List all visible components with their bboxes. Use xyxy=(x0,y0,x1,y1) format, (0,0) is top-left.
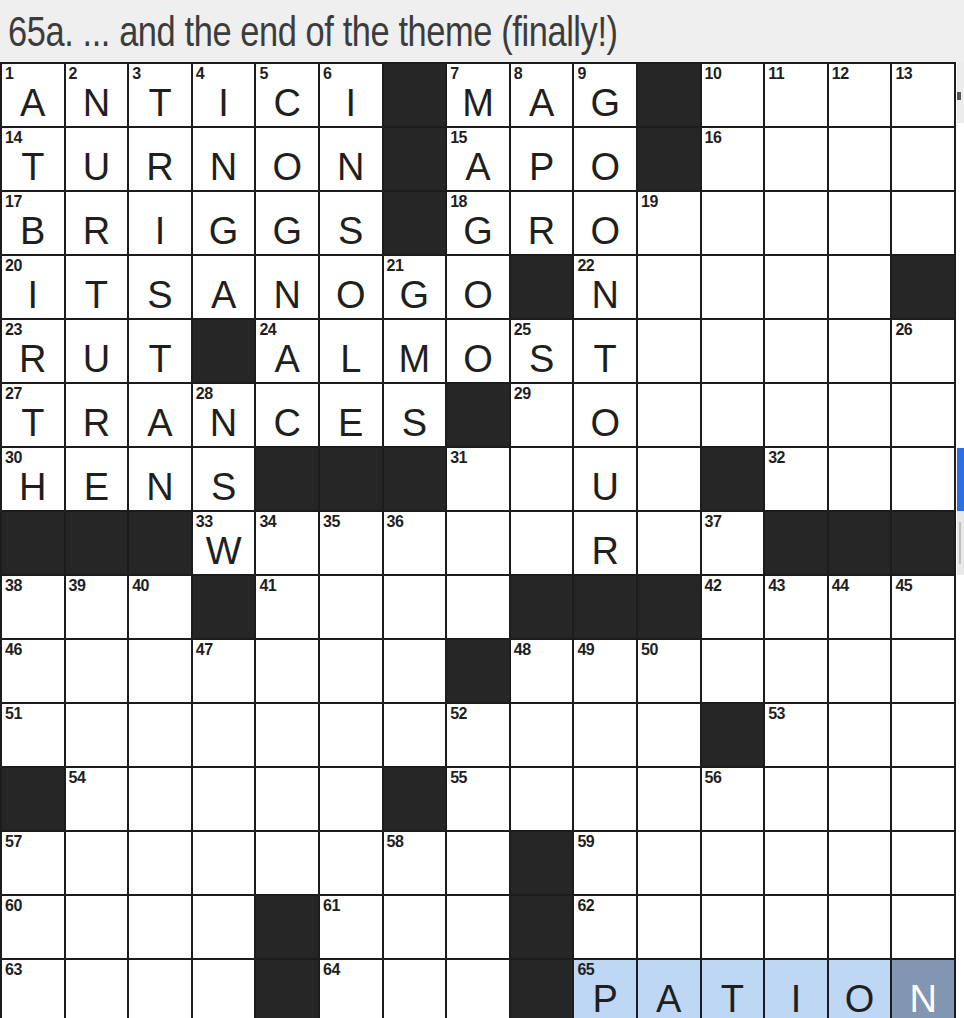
cell-r7c1[interactable]: 30H xyxy=(2,448,64,510)
cell-r14c14[interactable] xyxy=(829,896,891,958)
cell-number-45: 45 xyxy=(895,577,912,595)
black-cell-r8c3 xyxy=(129,512,191,574)
cell-r6c12[interactable] xyxy=(702,384,764,446)
cell-letter: A xyxy=(193,276,255,314)
cell-r7c9[interactable] xyxy=(511,448,573,510)
cell-number-7: 7 xyxy=(450,65,458,83)
cell-number-52: 52 xyxy=(450,705,467,723)
cell-r14c8[interactable] xyxy=(447,896,509,958)
cell-r13c14[interactable] xyxy=(829,832,891,894)
black-cell-r9c11 xyxy=(638,576,700,638)
cell-r4c11[interactable] xyxy=(638,256,700,318)
cell-r10c15[interactable] xyxy=(892,640,954,702)
cell-r11c11[interactable] xyxy=(638,704,700,766)
cell-number-50: 50 xyxy=(641,641,658,659)
cell-number-25: 25 xyxy=(514,321,531,339)
cell-r5c5[interactable]: 24A xyxy=(256,320,318,382)
cell-r14c1[interactable]: 60 xyxy=(2,896,64,958)
cell-r3c13[interactable] xyxy=(765,192,827,254)
cell-number-29: 29 xyxy=(514,385,531,403)
cell-letter: T xyxy=(66,276,128,314)
cell-r10c14[interactable] xyxy=(829,640,891,702)
cell-r5c15[interactable]: 26 xyxy=(892,320,954,382)
cell-r1c10[interactable]: 9G xyxy=(574,64,636,126)
black-cell-r12c1 xyxy=(2,768,64,830)
cell-number-22: 22 xyxy=(577,257,594,275)
cell-letter: O xyxy=(320,276,382,314)
cell-r6c7[interactable]: S xyxy=(384,384,446,446)
cell-r4c3[interactable]: S xyxy=(129,256,191,318)
cell-r12c11[interactable] xyxy=(638,768,700,830)
cell-r8c5[interactable]: 34 xyxy=(256,512,318,574)
cell-r10c13[interactable] xyxy=(765,640,827,702)
cell-r11c2[interactable] xyxy=(66,704,128,766)
cell-r1c12[interactable]: 10 xyxy=(702,64,764,126)
cell-number-16: 16 xyxy=(705,129,722,147)
cell-r15c1[interactable]: 63 xyxy=(2,960,64,1018)
black-cell-r11c12 xyxy=(702,704,764,766)
cell-r1c8[interactable]: 7M xyxy=(447,64,509,126)
cell-r4c1[interactable]: 20I xyxy=(2,256,64,318)
cell-r8c8[interactable] xyxy=(447,512,509,574)
cell-r4c12[interactable] xyxy=(702,256,764,318)
black-cell-r15c9 xyxy=(511,960,573,1018)
cell-r10c2[interactable] xyxy=(66,640,128,702)
cell-r12c9[interactable] xyxy=(511,768,573,830)
cell-r13c8[interactable] xyxy=(447,832,509,894)
cell-number-5: 5 xyxy=(259,65,267,83)
cell-r2c4[interactable]: N xyxy=(193,128,255,190)
cell-r1c1[interactable]: 1A xyxy=(2,64,64,126)
cell-number-61: 61 xyxy=(323,897,340,915)
cell-r12c5[interactable] xyxy=(256,768,318,830)
cell-number-27: 27 xyxy=(5,385,22,403)
cell-r12c2[interactable]: 54 xyxy=(66,768,128,830)
cell-r5c6[interactable]: L xyxy=(320,320,382,382)
cell-r4c8[interactable]: O xyxy=(447,256,509,318)
cell-r6c15[interactable] xyxy=(892,384,954,446)
black-cell-r1c7 xyxy=(384,64,446,126)
cell-r6c6[interactable]: E xyxy=(320,384,382,446)
cell-r8c6[interactable]: 35 xyxy=(320,512,382,574)
cell-r6c14[interactable] xyxy=(829,384,891,446)
cell-r13c13[interactable] xyxy=(765,832,827,894)
cell-letter: N xyxy=(193,404,255,442)
cell-number-62: 62 xyxy=(577,897,594,915)
cell-r12c15[interactable] xyxy=(892,768,954,830)
cell-r6c11[interactable] xyxy=(638,384,700,446)
cell-r3c3[interactable]: I xyxy=(129,192,191,254)
cell-letter: R xyxy=(129,148,191,186)
cell-number-4: 4 xyxy=(196,65,204,83)
cell-r8c10[interactable]: R xyxy=(574,512,636,574)
black-cell-r2c11 xyxy=(638,128,700,190)
cell-r2c10[interactable]: O xyxy=(574,128,636,190)
cell-r15c7[interactable] xyxy=(384,960,446,1018)
cell-r14c12[interactable] xyxy=(702,896,764,958)
cell-r2c6[interactable]: N xyxy=(320,128,382,190)
cell-r13c3[interactable] xyxy=(129,832,191,894)
black-cell-r8c15 xyxy=(892,512,954,574)
cell-number-65: 65 xyxy=(577,961,594,979)
cell-r7c4[interactable]: S xyxy=(193,448,255,510)
cell-letter: I xyxy=(765,980,827,1018)
cell-letter: N xyxy=(256,276,318,314)
cell-r10c5[interactable] xyxy=(256,640,318,702)
cell-r4c6[interactable]: O xyxy=(320,256,382,318)
cell-r1c4[interactable]: 4I xyxy=(193,64,255,126)
cell-r9c12[interactable]: 42 xyxy=(702,576,764,638)
black-cell-r10c8 xyxy=(447,640,509,702)
cell-r10c4[interactable]: 47 xyxy=(193,640,255,702)
cell-r13c10[interactable]: 59 xyxy=(574,832,636,894)
black-cell-r9c9 xyxy=(511,576,573,638)
cell-number-54: 54 xyxy=(69,769,86,787)
cell-number-34: 34 xyxy=(259,513,276,531)
cell-letter: G xyxy=(384,276,446,314)
cell-number-14: 14 xyxy=(5,129,22,147)
cell-r1c14[interactable]: 12 xyxy=(829,64,891,126)
cell-letter: E xyxy=(66,468,128,506)
cell-r1c5[interactable]: 5C xyxy=(256,64,318,126)
cell-r9c2[interactable]: 39 xyxy=(66,576,128,638)
cell-r6c13[interactable] xyxy=(765,384,827,446)
cell-r2c13[interactable] xyxy=(765,128,827,190)
cell-r11c7[interactable] xyxy=(384,704,446,766)
scrollbar-fragment[interactable] xyxy=(957,511,964,575)
cell-r7c13[interactable]: 32 xyxy=(765,448,827,510)
clipped-panel-fragment xyxy=(957,62,964,123)
cell-r4c14[interactable] xyxy=(829,256,891,318)
cell-r5c1[interactable]: 23R xyxy=(2,320,64,382)
cell-r2c2[interactable]: U xyxy=(66,128,128,190)
black-cell-r8c2 xyxy=(66,512,128,574)
cell-r11c4[interactable] xyxy=(193,704,255,766)
cell-r14c13[interactable] xyxy=(765,896,827,958)
cell-r2c15[interactable] xyxy=(892,128,954,190)
cell-r11c14[interactable] xyxy=(829,704,891,766)
cell-number-59: 59 xyxy=(577,833,594,851)
cell-r13c11[interactable] xyxy=(638,832,700,894)
cell-r15c12[interactable]: T xyxy=(702,960,764,1018)
cell-r15c10[interactable]: 65P xyxy=(574,960,636,1018)
cell-number-3: 3 xyxy=(132,65,140,83)
cell-r11c5[interactable] xyxy=(256,704,318,766)
cell-r5c9[interactable]: 25S xyxy=(511,320,573,382)
cell-letter: T xyxy=(2,404,64,442)
cell-r13c1[interactable]: 57 xyxy=(2,832,64,894)
cell-letter: S xyxy=(129,276,191,314)
cell-r4c5[interactable]: N xyxy=(256,256,318,318)
cell-number-63: 63 xyxy=(5,961,22,979)
cell-letter: E xyxy=(320,404,382,442)
cell-r11c6[interactable] xyxy=(320,704,382,766)
cell-r13c12[interactable] xyxy=(702,832,764,894)
cell-r1c3[interactable]: 3T xyxy=(129,64,191,126)
cell-number-6: 6 xyxy=(323,65,331,83)
cell-r4c7[interactable]: 21G xyxy=(384,256,446,318)
cell-r9c8[interactable] xyxy=(447,576,509,638)
black-cell-r7c7 xyxy=(384,448,446,510)
black-cell-r3c7 xyxy=(384,192,446,254)
selected-clue-highlight-fragment xyxy=(957,448,964,511)
black-cell-r2c7 xyxy=(384,128,446,190)
cell-letter: I xyxy=(2,276,64,314)
cell-letter: A xyxy=(129,404,191,442)
cell-r15c6[interactable]: 64 xyxy=(320,960,382,1018)
cell-r11c13[interactable]: 53 xyxy=(765,704,827,766)
cell-r2c12[interactable]: 16 xyxy=(702,128,764,190)
cell-number-21: 21 xyxy=(387,257,404,275)
cell-r13c2[interactable] xyxy=(66,832,128,894)
cell-r3c14[interactable] xyxy=(829,192,891,254)
cell-letter: R xyxy=(66,404,128,442)
cell-r9c14[interactable]: 44 xyxy=(829,576,891,638)
cell-r9c13[interactable]: 43 xyxy=(765,576,827,638)
cell-r2c1[interactable]: 14T xyxy=(2,128,64,190)
cell-r9c5[interactable]: 41 xyxy=(256,576,318,638)
cell-letter: A xyxy=(2,84,64,122)
cell-r15c15[interactable]: N xyxy=(892,960,954,1018)
cell-letter: A xyxy=(256,340,318,378)
cell-number-48: 48 xyxy=(514,641,531,659)
cell-r12c6[interactable] xyxy=(320,768,382,830)
cell-r13c7[interactable]: 58 xyxy=(384,832,446,894)
cell-r13c6[interactable] xyxy=(320,832,382,894)
cell-r9c15[interactable]: 45 xyxy=(892,576,954,638)
cell-number-35: 35 xyxy=(323,513,340,531)
cell-r4c10[interactable]: 22N xyxy=(574,256,636,318)
cell-r10c11[interactable]: 50 xyxy=(638,640,700,702)
black-cell-r5c4 xyxy=(193,320,255,382)
cell-letter: O xyxy=(574,212,636,250)
cell-r14c6[interactable]: 61 xyxy=(320,896,382,958)
cell-number-8: 8 xyxy=(514,65,522,83)
black-cell-r7c12 xyxy=(702,448,764,510)
scrollbar-thumb[interactable] xyxy=(959,522,961,564)
cell-r10c9[interactable]: 48 xyxy=(511,640,573,702)
cell-r1c9[interactable]: 8A xyxy=(511,64,573,126)
cell-number-57: 57 xyxy=(5,833,22,851)
cell-letter: T xyxy=(129,340,191,378)
cell-number-1: 1 xyxy=(5,65,13,83)
cell-r10c3[interactable] xyxy=(129,640,191,702)
cell-r3c4[interactable]: G xyxy=(193,192,255,254)
cell-letter: A xyxy=(638,980,700,1018)
cell-r14c2[interactable] xyxy=(66,896,128,958)
cell-letter: B xyxy=(2,212,64,250)
cell-letter: H xyxy=(2,468,64,506)
cell-r12c8[interactable]: 55 xyxy=(447,768,509,830)
cell-r12c13[interactable] xyxy=(765,768,827,830)
cell-r15c8[interactable] xyxy=(447,960,509,1018)
cell-number-49: 49 xyxy=(577,641,594,659)
cell-letter: U xyxy=(574,468,636,506)
cell-r9c1[interactable]: 38 xyxy=(2,576,64,638)
cell-letter: U xyxy=(66,148,128,186)
cell-number-58: 58 xyxy=(387,833,404,851)
cell-number-17: 17 xyxy=(5,193,22,211)
cell-r6c2[interactable]: R xyxy=(66,384,128,446)
black-cell-r7c6 xyxy=(320,448,382,510)
cell-letter: C xyxy=(256,84,318,122)
cell-number-42: 42 xyxy=(705,577,722,595)
cell-r10c10[interactable]: 49 xyxy=(574,640,636,702)
cell-r8c4[interactable]: 33W xyxy=(193,512,255,574)
cell-letter: S xyxy=(511,340,573,378)
cell-number-55: 55 xyxy=(450,769,467,787)
cell-r14c7[interactable] xyxy=(384,896,446,958)
cell-number-9: 9 xyxy=(577,65,585,83)
cell-letter: T xyxy=(574,340,636,378)
cell-r7c15[interactable] xyxy=(892,448,954,510)
cell-r13c5[interactable] xyxy=(256,832,318,894)
cell-r3c11[interactable]: 19 xyxy=(638,192,700,254)
cell-r5c11[interactable] xyxy=(638,320,700,382)
cell-number-31: 31 xyxy=(450,449,467,467)
cell-r8c7[interactable]: 36 xyxy=(384,512,446,574)
cell-r3c2[interactable]: R xyxy=(66,192,128,254)
cell-r5c12[interactable] xyxy=(702,320,764,382)
current-clue-text: 65a. ... and the end of the theme (final… xyxy=(0,7,618,56)
cell-r10c7[interactable] xyxy=(384,640,446,702)
cell-number-26: 26 xyxy=(895,321,912,339)
current-clue-bar[interactable]: 65a. ... and the end of the theme (final… xyxy=(0,0,964,62)
cell-r4c2[interactable]: T xyxy=(66,256,128,318)
cell-r7c8[interactable]: 31 xyxy=(447,448,509,510)
black-cell-r15c5 xyxy=(256,960,318,1018)
cell-r15c4[interactable] xyxy=(193,960,255,1018)
cell-r14c15[interactable] xyxy=(892,896,954,958)
cell-letter: O xyxy=(574,404,636,442)
cell-number-38: 38 xyxy=(5,577,22,595)
cell-r8c11[interactable] xyxy=(638,512,700,574)
cell-r8c12[interactable]: 37 xyxy=(702,512,764,574)
cell-number-47: 47 xyxy=(196,641,213,659)
cell-r11c8[interactable]: 52 xyxy=(447,704,509,766)
cell-r9c7[interactable] xyxy=(384,576,446,638)
cell-r2c14[interactable] xyxy=(829,128,891,190)
cell-r10c6[interactable] xyxy=(320,640,382,702)
cell-r12c10[interactable] xyxy=(574,768,636,830)
cell-r12c4[interactable] xyxy=(193,768,255,830)
cell-r6c3[interactable]: A xyxy=(129,384,191,446)
cell-number-36: 36 xyxy=(387,513,404,531)
cell-r10c1[interactable]: 46 xyxy=(2,640,64,702)
cell-letter: G xyxy=(256,212,318,250)
cell-r6c4[interactable]: 28N xyxy=(193,384,255,446)
black-cell-r7c5 xyxy=(256,448,318,510)
cell-r3c15[interactable] xyxy=(892,192,954,254)
cell-r3c8[interactable]: 18G xyxy=(447,192,509,254)
cell-letter: U xyxy=(66,340,128,378)
cell-r14c3[interactable] xyxy=(129,896,191,958)
cell-r11c3[interactable] xyxy=(129,704,191,766)
cell-r15c3[interactable] xyxy=(129,960,191,1018)
cell-r4c4[interactable]: A xyxy=(193,256,255,318)
cell-number-43: 43 xyxy=(768,577,785,595)
cell-r15c14[interactable]: O xyxy=(829,960,891,1018)
black-cell-r13c9 xyxy=(511,832,573,894)
cell-r2c3[interactable]: R xyxy=(129,128,191,190)
cell-r6c5[interactable]: C xyxy=(256,384,318,446)
cell-r5c14[interactable] xyxy=(829,320,891,382)
cell-r1c6[interactable]: 6I xyxy=(320,64,382,126)
cell-r7c11[interactable] xyxy=(638,448,700,510)
cell-r6c9[interactable]: 29 xyxy=(511,384,573,446)
black-cell-r9c4 xyxy=(193,576,255,638)
cell-letter: N xyxy=(892,980,954,1018)
cell-r5c10[interactable]: T xyxy=(574,320,636,382)
cell-r12c14[interactable] xyxy=(829,768,891,830)
cell-r1c2[interactable]: 2N xyxy=(66,64,128,126)
cell-number-44: 44 xyxy=(832,577,849,595)
cell-letter: W xyxy=(193,532,255,570)
cell-r11c1[interactable]: 51 xyxy=(2,704,64,766)
cell-r4c13[interactable] xyxy=(765,256,827,318)
cell-letter: P xyxy=(511,148,573,186)
cell-r2c8[interactable]: 15A xyxy=(447,128,509,190)
cell-r11c10[interactable] xyxy=(574,704,636,766)
cell-r6c1[interactable]: 27T xyxy=(2,384,64,446)
cell-r14c11[interactable] xyxy=(638,896,700,958)
cell-r11c9[interactable] xyxy=(511,704,573,766)
cell-r6c10[interactable]: O xyxy=(574,384,636,446)
cell-r13c15[interactable] xyxy=(892,832,954,894)
cell-r5c13[interactable] xyxy=(765,320,827,382)
cell-r2c5[interactable]: O xyxy=(256,128,318,190)
cell-number-30: 30 xyxy=(5,449,22,467)
cell-r12c3[interactable] xyxy=(129,768,191,830)
cell-r12c12[interactable]: 56 xyxy=(702,768,764,830)
cell-r1c13[interactable]: 11 xyxy=(765,64,827,126)
cell-r3c10[interactable]: O xyxy=(574,192,636,254)
cell-letter: T xyxy=(2,148,64,186)
cell-r5c3[interactable]: T xyxy=(129,320,191,382)
cell-r14c10[interactable]: 62 xyxy=(574,896,636,958)
cell-r7c2[interactable]: E xyxy=(66,448,128,510)
cell-r11c15[interactable] xyxy=(892,704,954,766)
cell-r1c15[interactable]: 13 xyxy=(892,64,954,126)
cell-r7c10[interactable]: U xyxy=(574,448,636,510)
cell-r14c4[interactable] xyxy=(193,896,255,958)
cell-r7c14[interactable] xyxy=(829,448,891,510)
cell-r9c6[interactable] xyxy=(320,576,382,638)
cell-r15c13[interactable]: I xyxy=(765,960,827,1018)
cell-r8c9[interactable] xyxy=(511,512,573,574)
cell-r3c9[interactable]: R xyxy=(511,192,573,254)
cell-r3c5[interactable]: G xyxy=(256,192,318,254)
cell-r2c9[interactable]: P xyxy=(511,128,573,190)
cell-r7c3[interactable]: N xyxy=(129,448,191,510)
cell-letter: R xyxy=(2,340,64,378)
cell-r15c11[interactable]: A xyxy=(638,960,700,1018)
cell-r9c3[interactable]: 40 xyxy=(129,576,191,638)
cell-letter: N xyxy=(574,276,636,314)
cell-r5c2[interactable]: U xyxy=(66,320,128,382)
cell-r3c1[interactable]: 17B xyxy=(2,192,64,254)
cell-number-15: 15 xyxy=(450,129,467,147)
cell-r3c6[interactable]: S xyxy=(320,192,382,254)
cell-r13c4[interactable] xyxy=(193,832,255,894)
cell-r10c12[interactable] xyxy=(702,640,764,702)
cell-r5c7[interactable]: M xyxy=(384,320,446,382)
cell-r15c2[interactable] xyxy=(66,960,128,1018)
cell-r5c8[interactable]: O xyxy=(447,320,509,382)
cell-letter: C xyxy=(256,404,318,442)
cell-r3c12[interactable] xyxy=(702,192,764,254)
cell-letter: I xyxy=(193,84,255,122)
